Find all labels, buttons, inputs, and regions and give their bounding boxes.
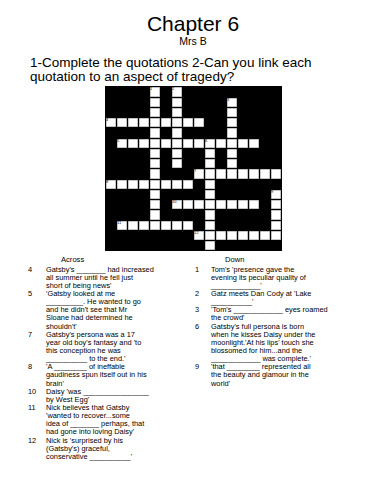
block-cell xyxy=(216,87,226,96)
clue-text: Gatsby's persona was a 17 year old boy's… xyxy=(46,331,141,364)
block-cell xyxy=(260,118,270,127)
block-cell xyxy=(183,149,193,158)
letter-cell[interactable] xyxy=(161,221,171,230)
block-cell xyxy=(205,118,215,127)
block-cell xyxy=(249,190,259,199)
block-cell xyxy=(194,190,204,199)
block-cell xyxy=(238,159,248,168)
block-cell xyxy=(194,128,204,137)
clue-number: 11 xyxy=(117,221,121,225)
block-cell xyxy=(238,180,248,189)
clue-number-label: 5 xyxy=(28,290,46,298)
letter-cell[interactable] xyxy=(150,200,160,209)
block-cell xyxy=(139,159,149,168)
block-cell xyxy=(194,241,204,250)
block-cell xyxy=(117,210,127,219)
letter-cell[interactable] xyxy=(216,200,226,209)
letter-cell[interactable] xyxy=(249,139,259,148)
letter-cell[interactable] xyxy=(150,108,160,117)
letter-cell[interactable]: 6 xyxy=(205,139,215,148)
block-cell xyxy=(128,159,138,168)
letter-cell[interactable] xyxy=(216,169,226,178)
block-cell xyxy=(139,87,149,96)
letter-cell[interactable]: 12 xyxy=(194,231,204,240)
letter-cell[interactable] xyxy=(117,180,127,189)
clue-number-label: 11 xyxy=(28,404,46,412)
letter-cell[interactable] xyxy=(150,98,160,107)
letter-cell[interactable] xyxy=(150,118,160,127)
block-cell xyxy=(117,200,127,209)
block-cell xyxy=(260,108,270,117)
block-cell xyxy=(227,241,237,250)
block-cell xyxy=(139,98,149,107)
block-cell xyxy=(106,210,116,219)
block-cell xyxy=(117,149,127,158)
block-cell xyxy=(260,241,270,250)
letter-cell[interactable] xyxy=(205,241,215,250)
block-cell xyxy=(128,169,138,178)
letter-cell[interactable] xyxy=(271,169,281,178)
letter-cell[interactable] xyxy=(150,190,160,199)
letter-cell[interactable] xyxy=(271,210,281,219)
block-cell xyxy=(216,210,226,219)
block-cell xyxy=(205,98,215,107)
letter-cell[interactable] xyxy=(150,169,160,178)
letter-cell[interactable] xyxy=(161,118,171,127)
block-cell xyxy=(260,128,270,137)
block-cell xyxy=(139,128,149,137)
clue-number-label: 10 xyxy=(28,388,46,396)
block-cell xyxy=(139,200,149,209)
instructions-text: 1-Complete the quotations 2-Can you link… xyxy=(30,56,358,85)
letter-cell[interactable] xyxy=(128,139,138,148)
block-cell xyxy=(183,210,193,219)
letter-cell[interactable] xyxy=(150,221,160,230)
letter-cell[interactable] xyxy=(183,180,193,189)
letter-cell[interactable] xyxy=(227,231,237,240)
letter-cell[interactable] xyxy=(128,118,138,127)
clue-number-label: 7 xyxy=(28,331,46,339)
block-cell xyxy=(106,221,116,230)
clue-down-1: 1Tom's 'presence gave the evening its pe… xyxy=(195,266,377,290)
block-cell xyxy=(161,159,171,168)
letter-cell[interactable] xyxy=(194,139,204,148)
clue-number: 12 xyxy=(194,231,198,235)
block-cell xyxy=(172,169,182,178)
letter-cell[interactable] xyxy=(260,231,270,240)
clue-text: Nick is 'surprised by his (Gatsby's) gra… xyxy=(46,437,132,461)
clue-across-8: 8'A ________ of ineffable gaudiness spun… xyxy=(28,363,190,387)
block-cell xyxy=(183,159,193,168)
letter-cell[interactable] xyxy=(205,169,215,178)
block-cell xyxy=(271,159,281,168)
letter-cell[interactable] xyxy=(150,139,160,148)
letter-cell[interactable] xyxy=(139,118,149,127)
block-cell xyxy=(139,241,149,250)
letter-cell[interactable] xyxy=(128,180,138,189)
block-cell xyxy=(194,98,204,107)
letter-cell[interactable] xyxy=(150,210,160,219)
clue-across-7: 7Gatsby's persona was a 17 year old boy'… xyxy=(28,331,190,364)
clue-text: Tom's 'presence gave the evening its pec… xyxy=(211,266,306,290)
letter-cell[interactable] xyxy=(271,221,281,230)
block-cell xyxy=(183,128,193,137)
block-cell xyxy=(260,98,270,107)
block-cell xyxy=(139,149,149,158)
block-cell xyxy=(139,108,149,117)
block-cell xyxy=(183,190,193,199)
letter-cell[interactable] xyxy=(205,231,215,240)
block-cell xyxy=(260,200,270,209)
letter-cell[interactable] xyxy=(172,180,182,189)
letter-cell[interactable] xyxy=(227,159,237,168)
block-cell xyxy=(238,87,248,96)
letter-cell[interactable] xyxy=(238,200,248,209)
letter-cell[interactable] xyxy=(271,231,281,240)
letter-cell[interactable] xyxy=(205,200,215,209)
block-cell xyxy=(216,221,226,230)
clue-text: 'Tom's ____________ eyes roamed the crow… xyxy=(211,306,328,322)
block-cell xyxy=(106,98,116,107)
letter-cell[interactable] xyxy=(216,139,226,148)
letter-cell[interactable] xyxy=(139,180,149,189)
block-cell xyxy=(194,149,204,158)
block-cell xyxy=(117,128,127,137)
page-subtitle: Mrs B xyxy=(0,35,386,48)
letter-cell[interactable]: 4 xyxy=(106,118,116,127)
letter-cell[interactable] xyxy=(183,139,193,148)
block-cell xyxy=(183,169,193,178)
letter-cell[interactable] xyxy=(227,149,237,158)
letter-cell[interactable] xyxy=(205,149,215,158)
letter-cell[interactable]: 7 xyxy=(194,169,204,178)
letter-cell[interactable]: 8 xyxy=(106,180,116,189)
letter-cell[interactable] xyxy=(150,180,160,189)
clue-across-10: 10Daisy 'was ________________ by West Eg… xyxy=(28,388,190,404)
block-cell xyxy=(238,108,248,117)
letter-cell[interactable] xyxy=(161,180,171,189)
block-cell xyxy=(249,149,259,158)
block-cell xyxy=(260,210,270,219)
block-cell xyxy=(106,87,116,96)
letter-cell[interactable] xyxy=(139,221,149,230)
clue-across-12: 12Nick is 'surprised by his (Gatsby's) g… xyxy=(28,437,190,461)
letter-cell[interactable] xyxy=(172,149,182,158)
letter-cell[interactable] xyxy=(172,108,182,117)
clue-text: Gatsby's _______ had increased all summe… xyxy=(46,266,154,290)
block-cell xyxy=(161,231,171,240)
letter-cell[interactable] xyxy=(194,200,204,209)
letter-cell[interactable] xyxy=(172,139,182,148)
letter-cell[interactable]: 3 xyxy=(227,98,237,107)
letter-cell[interactable] xyxy=(216,231,226,240)
block-cell xyxy=(205,128,215,137)
block-cell xyxy=(205,108,215,117)
letter-cell[interactable] xyxy=(150,159,160,168)
clue-number: 3 xyxy=(227,98,229,102)
letter-cell[interactable] xyxy=(227,200,237,209)
block-cell xyxy=(161,241,171,250)
clue-text: Gatsby's full persona is born when he ki… xyxy=(211,323,315,364)
letter-cell[interactable]: 9 xyxy=(271,190,281,199)
clue-number-label: 6 xyxy=(195,323,211,331)
block-cell xyxy=(271,118,281,127)
block-cell xyxy=(194,159,204,168)
letter-cell[interactable]: 2 xyxy=(172,87,182,96)
block-cell xyxy=(216,108,226,117)
block-cell xyxy=(249,128,259,137)
clue-section: Across 4Gatsby's _______ had increased a… xyxy=(0,256,386,461)
block-cell xyxy=(216,98,226,107)
block-cell xyxy=(194,180,204,189)
clue-across-4: 4Gatsby's _______ had increased all summ… xyxy=(28,266,190,290)
letter-cell[interactable] xyxy=(238,231,248,240)
block-cell xyxy=(271,87,281,96)
clue-text: 'that ________ represented all the beaut… xyxy=(211,363,311,387)
block-cell xyxy=(238,241,248,250)
block-cell xyxy=(249,118,259,127)
block-cell xyxy=(128,149,138,158)
letter-cell[interactable] xyxy=(139,139,149,148)
letter-cell[interactable] xyxy=(161,139,171,148)
block-cell xyxy=(194,108,204,117)
letter-cell[interactable] xyxy=(194,118,204,127)
clue-number-label: 12 xyxy=(28,437,46,445)
letter-cell[interactable] xyxy=(172,98,182,107)
block-cell xyxy=(238,128,248,137)
letter-cell[interactable] xyxy=(172,221,182,230)
letter-cell[interactable] xyxy=(172,128,182,137)
crossword-grid: 123456789101112 xyxy=(105,86,282,251)
clue-number-label: 3 xyxy=(195,306,211,314)
block-cell xyxy=(128,210,138,219)
down-clue-list: 1Tom's 'presence gave the evening its pe… xyxy=(195,266,377,388)
letter-cell[interactable] xyxy=(205,210,215,219)
block-cell xyxy=(194,87,204,96)
letter-cell[interactable] xyxy=(249,200,259,209)
block-cell xyxy=(249,180,259,189)
block-cell xyxy=(128,87,138,96)
block-cell xyxy=(271,241,281,250)
block-cell xyxy=(260,190,270,199)
letter-cell[interactable] xyxy=(205,190,215,199)
block-cell xyxy=(249,87,259,96)
letter-cell[interactable]: 1 xyxy=(150,87,160,96)
clue-text: Gatz meets Dan Cody at 'Lake __________' xyxy=(211,290,311,306)
block-cell xyxy=(106,190,116,199)
down-clues-column: Down 1Tom's 'presence gave the evening i… xyxy=(195,256,377,387)
block-cell xyxy=(172,210,182,219)
block-cell xyxy=(117,231,127,240)
block-cell xyxy=(183,108,193,117)
block-cell xyxy=(106,200,116,209)
block-cell xyxy=(238,210,248,219)
block-cell xyxy=(106,169,116,178)
block-cell xyxy=(128,108,138,117)
clue-number-label: 1 xyxy=(195,266,211,274)
clue-text: Daisy 'was ________________ by West Egg' xyxy=(46,388,149,404)
block-cell xyxy=(216,128,226,137)
block-cell xyxy=(106,241,116,250)
block-cell xyxy=(161,169,171,178)
block-cell xyxy=(249,210,259,219)
block-cell xyxy=(106,128,116,137)
clue-number-label: 9 xyxy=(195,363,211,371)
block-cell xyxy=(172,190,182,199)
block-cell xyxy=(260,149,270,158)
letter-cell[interactable] xyxy=(117,118,127,127)
clue-down-3: 3'Tom's ____________ eyes roamed the cro… xyxy=(195,306,377,322)
letter-cell[interactable] xyxy=(271,200,281,209)
block-cell xyxy=(117,190,127,199)
block-cell xyxy=(117,169,127,178)
block-cell xyxy=(161,210,171,219)
across-header: Across xyxy=(61,256,190,264)
block-cell xyxy=(150,231,160,240)
block-cell xyxy=(117,108,127,117)
block-cell xyxy=(117,87,127,96)
letter-cell[interactable] xyxy=(260,169,270,178)
block-cell xyxy=(172,231,182,240)
block-cell xyxy=(238,118,248,127)
block-cell xyxy=(161,98,171,107)
letter-cell[interactable]: 5 xyxy=(117,139,127,148)
clue-number: 1 xyxy=(150,87,152,91)
block-cell xyxy=(249,241,259,250)
block-cell xyxy=(216,149,226,158)
block-cell xyxy=(183,98,193,107)
block-cell xyxy=(106,108,116,117)
letter-cell[interactable] xyxy=(172,118,182,127)
clue-number: 6 xyxy=(205,139,207,143)
block-cell xyxy=(260,159,270,168)
block-cell xyxy=(128,98,138,107)
block-cell xyxy=(183,87,193,96)
block-cell xyxy=(260,221,270,230)
block-cell xyxy=(128,241,138,250)
clue-across-5: 5'Gatsby looked at me _________. He want… xyxy=(28,290,190,331)
letter-cell[interactable] xyxy=(227,108,237,117)
block-cell xyxy=(128,190,138,199)
worksheet-page: Chapter 6 Mrs B 1-Complete the quotation… xyxy=(0,12,386,500)
block-cell xyxy=(161,200,171,209)
block-cell xyxy=(117,159,127,168)
block-cell xyxy=(227,210,237,219)
block-cell xyxy=(161,108,171,117)
block-cell xyxy=(139,231,149,240)
clue-text: Nick believes that Gatsby 'wanted to rec… xyxy=(46,404,144,437)
block-cell xyxy=(227,87,237,96)
clue-number-label: 8 xyxy=(28,363,46,371)
block-cell xyxy=(106,149,116,158)
letter-cell[interactable] xyxy=(150,128,160,137)
letter-cell[interactable]: 11 xyxy=(117,221,127,230)
block-cell xyxy=(260,180,270,189)
clue-down-9: 9'that ________ represented all the beau… xyxy=(195,363,377,387)
block-cell xyxy=(161,149,171,158)
clue-number-label: 4 xyxy=(28,266,46,274)
block-cell xyxy=(205,87,215,96)
letter-cell[interactable] xyxy=(227,128,237,137)
block-cell xyxy=(216,180,226,189)
block-cell xyxy=(106,139,116,148)
block-cell xyxy=(249,159,259,168)
block-cell xyxy=(117,241,127,250)
letter-cell[interactable] xyxy=(183,221,193,230)
letter-cell[interactable] xyxy=(205,180,215,189)
block-cell xyxy=(216,159,226,168)
block-cell xyxy=(106,159,116,168)
clue-text: 'Gatsby looked at me _________. He wante… xyxy=(46,290,141,331)
letter-cell[interactable] xyxy=(183,200,193,209)
block-cell xyxy=(216,190,226,199)
block-cell xyxy=(139,210,149,219)
block-cell xyxy=(271,98,281,107)
clue-number: 4 xyxy=(106,118,108,122)
block-cell xyxy=(128,128,138,137)
clue-number: 2 xyxy=(172,87,174,91)
letter-cell[interactable] xyxy=(128,221,138,230)
block-cell xyxy=(117,98,127,107)
block-cell xyxy=(216,241,226,250)
across-clue-list: 4Gatsby's _______ had increased all summ… xyxy=(28,266,190,461)
clue-across-11: 11Nick believes that Gatsby 'wanted to r… xyxy=(28,404,190,437)
down-header: Down xyxy=(225,256,377,264)
block-cell xyxy=(249,221,259,230)
block-cell xyxy=(238,221,248,230)
block-cell xyxy=(172,241,182,250)
clue-number: 8 xyxy=(106,180,108,184)
block-cell xyxy=(260,87,270,96)
clue-down-6: 6Gatsby's full persona is born when he k… xyxy=(195,323,377,364)
letter-cell[interactable] xyxy=(227,118,237,127)
block-cell xyxy=(238,149,248,158)
block-cell xyxy=(194,221,204,230)
block-cell xyxy=(271,108,281,117)
block-cell xyxy=(249,108,259,117)
block-cell xyxy=(139,190,149,199)
block-cell xyxy=(227,221,237,230)
letter-cell[interactable] xyxy=(238,169,248,178)
letter-cell[interactable]: 10 xyxy=(172,200,182,209)
letter-cell[interactable] xyxy=(249,231,259,240)
block-cell xyxy=(271,149,281,158)
letter-cell[interactable] xyxy=(150,149,160,158)
clue-text: 'A ________ of ineffable gaudiness spun … xyxy=(46,363,147,387)
letter-cell[interactable] xyxy=(227,139,237,148)
page-title: Chapter 6 xyxy=(0,12,386,35)
letter-cell[interactable] xyxy=(249,169,259,178)
letter-cell[interactable] xyxy=(172,159,182,168)
block-cell xyxy=(227,180,237,189)
letter-cell[interactable] xyxy=(205,159,215,168)
block-cell xyxy=(128,200,138,209)
letter-cell[interactable] xyxy=(227,169,237,178)
letter-cell[interactable] xyxy=(205,221,215,230)
block-cell xyxy=(194,210,204,219)
letter-cell[interactable] xyxy=(183,118,193,127)
block-cell xyxy=(128,231,138,240)
clue-number: 7 xyxy=(194,169,196,173)
block-cell xyxy=(238,98,248,107)
block-cell xyxy=(150,241,160,250)
block-cell xyxy=(249,98,259,107)
clue-down-2: 2Gatz meets Dan Cody at 'Lake __________… xyxy=(195,290,377,306)
across-clues-column: Across 4Gatsby's _______ had increased a… xyxy=(28,256,190,461)
block-cell xyxy=(227,190,237,199)
block-cell xyxy=(183,231,193,240)
letter-cell[interactable] xyxy=(238,139,248,148)
